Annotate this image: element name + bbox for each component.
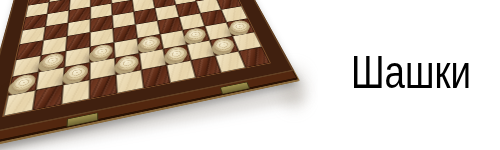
board-scene [0, 0, 296, 90]
square-r9c1[interactable] [33, 85, 63, 110]
square-r9c9[interactable] [239, 47, 270, 68]
square-r9c5[interactable] [141, 65, 170, 88]
square-r9c2[interactable] [61, 80, 89, 105]
screenshot: Шашки [0, 0, 500, 150]
square-r9c3[interactable] [90, 75, 117, 99]
square-r9c4[interactable] [116, 70, 144, 94]
page-title: Шашки [351, 48, 471, 95]
brass-hinge-right [220, 82, 250, 95]
board-photo [0, 0, 318, 150]
